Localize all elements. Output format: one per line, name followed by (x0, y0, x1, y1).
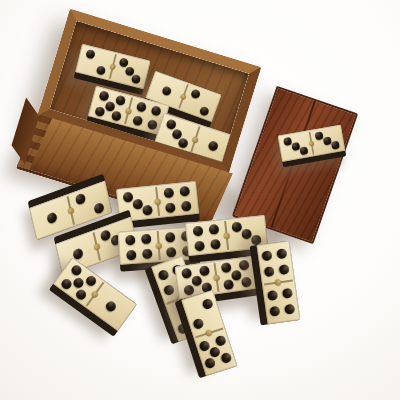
right-half-value-4 (156, 181, 199, 218)
domino-face (278, 125, 346, 162)
pip (264, 266, 275, 277)
spinner-brass-dot (223, 232, 230, 239)
pip (142, 205, 153, 216)
spinner-brass-dot (154, 198, 161, 205)
domino-tile-2-5[interactable] (175, 290, 238, 378)
domino-tile-4-4[interactable] (250, 241, 301, 326)
pip (223, 279, 234, 290)
pip (299, 146, 308, 155)
pip (163, 187, 174, 198)
pip (239, 260, 250, 271)
pip (241, 276, 252, 287)
pip (241, 228, 252, 239)
pip (201, 298, 214, 311)
pip (192, 317, 205, 330)
left-half-value-4 (118, 229, 160, 265)
pip (284, 304, 295, 315)
pip (261, 250, 272, 261)
pip (122, 191, 133, 202)
pip (183, 284, 194, 295)
pip (164, 202, 175, 213)
pip (209, 346, 222, 359)
domino-face (181, 290, 237, 376)
pip (181, 268, 192, 279)
pip (220, 262, 231, 273)
pip (126, 250, 137, 261)
pip (283, 136, 292, 145)
pip (231, 221, 242, 232)
pip (166, 247, 177, 258)
pip (93, 201, 105, 214)
spinner-brass-dot (213, 274, 220, 281)
pip (209, 224, 220, 235)
pip (141, 233, 152, 244)
left-half-value-3 (278, 130, 314, 162)
pip (269, 306, 280, 317)
pip (276, 248, 287, 259)
pip (191, 275, 202, 286)
pip (69, 263, 83, 277)
pip (125, 235, 136, 246)
pip (60, 277, 74, 291)
pip (74, 288, 88, 302)
pip (279, 264, 290, 275)
pip (142, 249, 153, 260)
pip (331, 141, 340, 150)
pip (194, 241, 205, 252)
pip (84, 274, 98, 288)
pip (163, 284, 176, 297)
pip (104, 299, 118, 313)
pip (282, 287, 293, 298)
pip (164, 232, 175, 243)
table-tiles-layer (0, 0, 400, 400)
pip (99, 228, 111, 241)
pip (46, 211, 58, 224)
pip (157, 268, 170, 281)
pip (192, 225, 203, 236)
pip (180, 186, 191, 197)
pip (181, 201, 192, 212)
pip (204, 357, 217, 370)
pip (314, 131, 323, 140)
pip (75, 193, 87, 206)
pip (214, 334, 227, 347)
pip (132, 198, 143, 209)
pip (267, 289, 278, 300)
right-half-value-4 (262, 280, 300, 324)
left-half-value-4 (257, 241, 295, 285)
pip (72, 275, 86, 289)
pip (210, 239, 221, 250)
spinner-brass-dot (156, 242, 162, 248)
left-half-value-4 (185, 219, 228, 256)
right-half-value-3 (309, 125, 345, 157)
pip (231, 269, 242, 280)
pip (199, 265, 210, 276)
scene (0, 0, 400, 400)
pip (220, 352, 233, 365)
domino-face (257, 241, 301, 325)
spinner-brass-dot (309, 140, 315, 146)
domino-tile-3-3[interactable] (278, 125, 347, 168)
